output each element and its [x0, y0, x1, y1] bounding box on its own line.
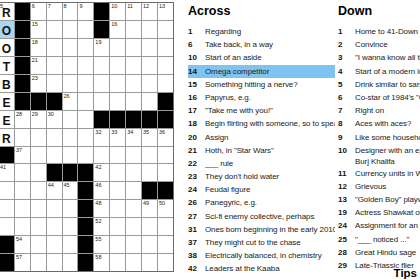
clue-number: 10	[338, 144, 355, 156]
grid-cell[interactable]: 23	[31, 75, 46, 92]
clue-number: 18	[188, 117, 205, 129]
clue-number: 21	[188, 144, 205, 156]
grid-cell[interactable]: 50	[158, 200, 173, 217]
grid-cell[interactable]: 55	[94, 236, 109, 253]
grid-cell[interactable]	[31, 182, 46, 199]
down-clue-3[interactable]: 3"I wanna know all the	[338, 51, 420, 64]
across-clues-panel: Across 1Regarding6Take back, in a way10S…	[188, 4, 335, 276]
across-clue-16[interactable]: 16Papyrus, e.g.	[188, 91, 335, 104]
grid-cell[interactable]	[63, 147, 78, 164]
black-cell	[78, 236, 93, 253]
cell-number: 37	[16, 147, 22, 153]
grid-cell[interactable]	[31, 129, 46, 146]
grid-cell[interactable]	[63, 21, 78, 38]
across-clue-37[interactable]: 37They might cut to the chase	[188, 236, 335, 249]
grid-cell[interactable]	[142, 75, 157, 92]
cell-number: 28	[16, 111, 22, 117]
black-cell	[15, 93, 30, 110]
cell-letter: E	[0, 115, 14, 128]
grid-cell[interactable]	[126, 254, 141, 271]
grid-cell[interactable]	[142, 21, 157, 38]
clue-number: 17	[188, 104, 205, 116]
grid-cell[interactable]: 46	[94, 182, 109, 199]
cell-number: 21	[32, 57, 38, 63]
grid-cell[interactable]: 15	[31, 21, 46, 38]
grid-cell[interactable]	[142, 93, 157, 110]
grid-cell[interactable]: 33	[110, 129, 125, 146]
grid-cell[interactable]	[110, 182, 125, 199]
cell-number: 26	[64, 93, 70, 99]
clue-text: Leaders at the Kaaba	[205, 262, 335, 274]
cell-number: 6	[32, 3, 35, 9]
black-cell	[158, 111, 173, 128]
clue-number: 38	[188, 249, 205, 261]
tips-button[interactable]: Tips	[394, 267, 417, 279]
down-clue-25[interactable]: 25"___ noticed ..."	[338, 233, 420, 246]
clue-number: 12	[338, 180, 355, 192]
cell-number: 18	[32, 39, 38, 45]
black-cell	[15, 3, 30, 20]
down-clue-4[interactable]: 4Start of a modern inquiry	[338, 65, 420, 78]
grid-cell[interactable]: 54	[15, 236, 30, 253]
grid-cell[interactable]: T	[0, 57, 14, 74]
grid-cell[interactable]	[158, 21, 173, 38]
clue-text: Co-star of 1984's "Ghostbusters"	[355, 91, 420, 103]
down-clue-8[interactable]: 8Aces with aces?	[338, 117, 420, 130]
grid-cell[interactable]	[110, 164, 125, 181]
cell-number: 15	[32, 21, 38, 27]
grid-cell[interactable]	[126, 39, 141, 56]
clue-text: ___ rule	[205, 157, 335, 169]
grid-cell[interactable]	[47, 75, 62, 92]
across-clue-10[interactable]: 10Start of an aside	[188, 51, 335, 64]
clue-number: 23	[188, 170, 205, 182]
clue-text: Designer with an eponymous hotel in theB…	[355, 144, 420, 167]
cell-number: 10	[111, 3, 117, 9]
clue-number: 16	[188, 91, 205, 103]
across-clue-27[interactable]: 27Sci-fi enemy collective, perhaps	[188, 210, 335, 223]
grid-cell[interactable]	[78, 93, 93, 110]
grid-cell[interactable]	[63, 218, 78, 235]
black-cell	[78, 200, 93, 217]
cell-number: 9	[79, 3, 82, 9]
cell-number: 23	[32, 75, 38, 81]
cell-letter: E	[0, 97, 14, 110]
grid-cell[interactable]: 9	[78, 3, 93, 20]
grid-cell[interactable]	[110, 254, 125, 271]
grid-cell[interactable]	[158, 164, 173, 181]
across-clue-15[interactable]: 15Something hitting a nerve?	[188, 78, 335, 91]
grid-cell[interactable]	[94, 93, 109, 110]
down-clue-2[interactable]: 2Convince	[338, 38, 420, 51]
grid-cell[interactable]	[142, 39, 157, 56]
grid-cell[interactable]: 26	[63, 93, 78, 110]
clue-number: 25	[338, 233, 355, 245]
cell-number: 35	[143, 129, 149, 135]
down-clue-7[interactable]: 7Right on	[338, 104, 420, 117]
grid-cell[interactable]	[78, 39, 93, 56]
cell-letter: T	[0, 61, 14, 74]
across-clue-6[interactable]: 6Take back, in a way	[188, 38, 335, 51]
grid-cell[interactable]	[158, 218, 173, 235]
black-cell	[15, 21, 30, 38]
grid-cell[interactable]: 35	[142, 129, 157, 146]
clue-number: 26	[188, 196, 205, 208]
grid-cell[interactable]	[63, 200, 78, 217]
clue-number: 42	[188, 262, 205, 274]
grid-cell[interactable]	[31, 236, 46, 253]
grid-cell[interactable]	[110, 218, 125, 235]
grid-cell[interactable]	[110, 236, 125, 253]
clue-number: 29	[338, 259, 355, 271]
clue-text: Regarding	[205, 25, 335, 37]
clue-number: 27	[188, 210, 205, 222]
clue-number: 5	[338, 78, 355, 90]
cell-number: 46	[95, 182, 101, 188]
black-cell	[142, 182, 157, 199]
grid-cell[interactable]	[126, 21, 141, 38]
grid-cell[interactable]: 28	[15, 111, 30, 128]
cell-number: 12	[143, 3, 149, 9]
clue-text: Sci-fi enemy collective, perhaps	[205, 210, 335, 222]
clue-text: "I wanna know all the	[355, 51, 420, 63]
grid-cell[interactable]	[158, 147, 173, 164]
across-clue-list: 1Regarding6Take back, in a way10Start of…	[188, 25, 335, 276]
clue-number: 8	[338, 117, 355, 129]
grid-cell[interactable]	[126, 182, 141, 199]
grid-cell[interactable]	[158, 254, 173, 271]
grid-cell[interactable]: B	[0, 75, 14, 92]
grid-cell[interactable]: 37	[15, 147, 30, 164]
grid-cell[interactable]	[126, 147, 141, 164]
across-clue-24[interactable]: 24Feudal figure	[188, 183, 335, 196]
grid-cell[interactable]	[78, 111, 93, 128]
cell-number: 11	[127, 3, 133, 9]
grid-cell[interactable]	[78, 129, 93, 146]
grid-cell[interactable]	[126, 57, 141, 74]
down-clue-5[interactable]: 5Drink similar to sarsaparilla	[338, 78, 420, 91]
grid-cell[interactable]	[63, 254, 78, 271]
grid-cell[interactable]: 34	[126, 129, 141, 146]
grid-cell[interactable]	[47, 200, 62, 217]
grid-cell[interactable]	[94, 57, 109, 74]
grid-cell[interactable]	[47, 218, 62, 235]
grid-cell[interactable]	[126, 164, 141, 181]
grid-cell[interactable]	[158, 75, 173, 92]
grid-cell[interactable]: E	[0, 93, 14, 110]
grid-cell[interactable]: 18	[31, 39, 46, 56]
black-cell	[94, 21, 109, 38]
cell-letter: O	[0, 25, 14, 38]
grid-cell[interactable]: 5R	[0, 3, 14, 20]
grid-cell[interactable]	[158, 39, 173, 56]
clue-number: 1	[338, 25, 355, 37]
grid-cell[interactable]	[31, 147, 46, 164]
clue-text: Omega competitor	[205, 65, 335, 77]
grid-cell[interactable]	[47, 21, 62, 38]
grid-cell[interactable]	[142, 218, 157, 235]
cell-number: 30	[48, 111, 54, 117]
clue-text: Right on	[355, 104, 420, 116]
cell-number: 29	[32, 111, 38, 117]
down-clue-10[interactable]: 10Designer with an eponymous hotel in th…	[338, 144, 420, 167]
down-clue-9[interactable]: 9Like some households	[338, 131, 420, 144]
clue-number: 10	[188, 51, 205, 63]
grid-cell[interactable]	[110, 39, 125, 56]
grid-cell[interactable]	[126, 75, 141, 92]
cell-number: 8	[64, 3, 67, 9]
grid-cell[interactable]	[126, 93, 141, 110]
clue-number: 14	[188, 65, 205, 77]
grid-cell[interactable]	[158, 57, 173, 74]
clue-text: Convince	[355, 38, 420, 50]
grid-cell[interactable]	[142, 236, 157, 253]
grid-cell[interactable]	[63, 39, 78, 56]
black-cell	[47, 164, 62, 181]
black-cell	[15, 39, 30, 56]
grid-cell[interactable]	[47, 236, 62, 253]
down-clue-28[interactable]: 28Great Hindu sage	[338, 246, 420, 259]
clue-text: Drink similar to sarsaparilla	[355, 78, 420, 90]
cell-number: 34	[127, 129, 133, 135]
clue-number: 6	[188, 38, 205, 50]
clue-text: Currency units in Western Africa	[355, 167, 420, 179]
grid-cell[interactable]: R	[0, 129, 14, 146]
black-cell	[158, 182, 173, 199]
clue-number: 13	[338, 193, 355, 205]
grid-cell[interactable]: 21	[31, 57, 46, 74]
across-clue-31[interactable]: 31Ones born beginning in the early 2010s	[188, 223, 335, 236]
grid-cell[interactable]	[142, 164, 157, 181]
grid-cell[interactable]: 32	[94, 129, 109, 146]
clue-text: Assignment for an anchor	[355, 219, 420, 231]
grid-cell[interactable]: 13	[158, 3, 173, 20]
clue-text: Grievous	[355, 180, 420, 192]
down-clue-6[interactable]: 6Co-star of 1984's "Ghostbusters"	[338, 91, 420, 104]
grid-cell[interactable]	[110, 147, 125, 164]
clue-text-line2: Burj Khalifa	[355, 156, 420, 167]
down-clue-13[interactable]: 13"Golden Boy" playwright	[338, 193, 420, 206]
cell-number: 48	[95, 200, 101, 206]
grid-cell[interactable]: 36	[158, 129, 173, 146]
grid-cell[interactable]	[15, 182, 30, 199]
grid-cell[interactable]: 49	[142, 200, 157, 217]
grid-cell[interactable]	[47, 129, 62, 146]
grid-cell[interactable]	[15, 129, 30, 146]
grid-cell[interactable]	[47, 57, 62, 74]
across-clue-23[interactable]: 23They don't hold water	[188, 170, 335, 183]
cell-letter: B	[0, 79, 14, 92]
clue-number: 19	[338, 206, 355, 218]
grid-cell[interactable]	[142, 147, 157, 164]
clue-number: 1	[188, 25, 205, 37]
grid-cell[interactable]	[110, 200, 125, 217]
cell-number: 54	[16, 236, 22, 242]
grid-cell[interactable]: 30	[47, 111, 62, 128]
clue-text: "Golden Boy" playwright	[355, 193, 420, 205]
black-cell	[31, 93, 46, 110]
across-clue-26[interactable]: 26Panegyric, e.g.	[188, 196, 335, 209]
black-cell	[78, 254, 93, 271]
grid-cell[interactable]	[110, 57, 125, 74]
grid-cell[interactable]: 45	[63, 182, 78, 199]
clue-text: Hoth, in "Star Wars"	[205, 144, 335, 156]
grid-cell[interactable]	[110, 93, 125, 110]
clue-number: 24	[188, 183, 205, 195]
grid-cell[interactable]: 42	[94, 164, 109, 181]
grid-cell[interactable]: 29	[31, 111, 46, 128]
grid-cell[interactable]	[15, 218, 30, 235]
grid-cell[interactable]	[126, 218, 141, 235]
grid-cell[interactable]	[94, 147, 109, 164]
down-clue-11[interactable]: 11Currency units in Western Africa	[338, 167, 420, 180]
grid-cell[interactable]: 48	[94, 200, 109, 217]
down-clue-19[interactable]: 19Actress Shawkat of "Arrested Developme…	[338, 206, 420, 219]
selected-cell[interactable]: O	[0, 21, 14, 38]
clue-text: Like some households	[355, 131, 420, 143]
black-cell	[78, 182, 93, 199]
clue-number: 3	[338, 51, 355, 63]
grid-cell[interactable]: 11	[126, 3, 141, 20]
grid-cell[interactable]: 6	[31, 3, 46, 20]
grid-cell[interactable]: 7	[47, 3, 62, 20]
across-clue-20[interactable]: 20Assign	[188, 131, 335, 144]
clue-text: Ones born beginning in the early 2010s	[205, 223, 335, 235]
grid-cell[interactable]	[31, 254, 46, 271]
grid-cell[interactable]: 10	[110, 3, 125, 20]
cell-number: 7	[48, 3, 51, 9]
clue-text: They might cut to the chase	[205, 236, 335, 248]
grid-cell[interactable]	[31, 200, 46, 217]
clue-text: Electrically balanced, in chemistry	[205, 249, 335, 261]
clue-number: 24	[338, 219, 355, 231]
grid-cell[interactable]	[0, 200, 14, 217]
clue-text: They don't hold water	[205, 170, 335, 182]
clue-number: 22	[188, 157, 205, 169]
grid-cell[interactable]	[126, 236, 141, 253]
black-cell	[158, 93, 173, 110]
grid-cell[interactable]	[94, 75, 109, 92]
grid-cell[interactable]	[63, 236, 78, 253]
clue-number: 28	[338, 246, 355, 258]
cell-letter: R	[0, 133, 14, 146]
down-clue-12[interactable]: 12Grievous	[338, 180, 420, 193]
black-cell	[0, 254, 14, 271]
grid-cell[interactable]	[78, 57, 93, 74]
grid-cell[interactable]: O	[0, 39, 14, 56]
clue-number: 31	[188, 223, 205, 235]
across-clue-21[interactable]: 21Hoth, in "Star Wars"	[188, 144, 335, 157]
clue-text: Start of an aside	[205, 51, 335, 63]
across-clue-17[interactable]: 17"Take me with you!"	[188, 104, 335, 117]
crossword-grid[interactable]: 5R678910111213O1516O1819T21B23E26E282930…	[0, 2, 174, 272]
down-clue-1[interactable]: 1Home to 41-Down	[338, 25, 420, 38]
grid-cell[interactable]	[47, 39, 62, 56]
across-clue-38[interactable]: 38Electrically balanced, in chemistry	[188, 249, 335, 262]
cell-number: 50	[159, 200, 165, 206]
grid-cell[interactable]	[47, 254, 62, 271]
grid-cell[interactable]: 41	[0, 164, 14, 181]
grid-cell[interactable]: 8	[63, 3, 78, 20]
clue-text: Assign	[205, 131, 335, 143]
black-cell	[15, 75, 30, 92]
black-cell	[47, 93, 62, 110]
across-clue-14[interactable]: 14Omega competitor	[188, 65, 335, 78]
clue-text: Papyrus, e.g.	[205, 91, 335, 103]
black-cell	[63, 164, 78, 181]
cell-number: 33	[111, 129, 117, 135]
clue-text: Start of a modern inquiry	[355, 65, 420, 77]
across-clue-42[interactable]: 42Leaders at the Kaaba	[188, 262, 335, 275]
grid-cell[interactable]	[47, 147, 62, 164]
black-cell	[78, 164, 93, 181]
grid-cell[interactable]	[15, 164, 30, 181]
down-clue-list: 1Home to 41-Down2Convince3"I wanna know …	[338, 25, 420, 272]
grid-cell[interactable]: E	[0, 111, 14, 128]
cell-number: 52	[95, 218, 101, 224]
grid-cell[interactable]	[78, 21, 93, 38]
down-clue-24[interactable]: 24Assignment for an anchor	[338, 219, 420, 232]
black-cell	[0, 236, 14, 253]
grid-cell[interactable]	[0, 182, 14, 199]
grid-cell[interactable]	[63, 57, 78, 74]
grid-cell[interactable]	[0, 218, 14, 235]
black-cell	[142, 111, 157, 128]
clue-text: Feudal figure	[205, 183, 335, 195]
grid-cell[interactable]: 44	[47, 182, 62, 199]
grid-cell[interactable]: 58	[94, 254, 109, 271]
grid-cell[interactable]	[142, 57, 157, 74]
grid-cell[interactable]	[15, 200, 30, 217]
clue-number: 37	[188, 236, 205, 248]
clue-text: Something hitting a nerve?	[205, 78, 335, 90]
grid-cell[interactable]	[142, 254, 157, 271]
grid-cell[interactable]: 16	[110, 21, 125, 38]
grid-cell[interactable]	[158, 236, 173, 253]
clue-number: 9	[338, 131, 355, 143]
across-clue-22[interactable]: 22___ rule	[188, 157, 335, 170]
down-clues-panel: Down 1Home to 41-Down2Convince3"I wanna …	[338, 4, 420, 272]
clue-number: 20	[188, 131, 205, 143]
cell-number: 45	[64, 182, 70, 188]
grid-cell[interactable]	[110, 75, 125, 92]
grid-cell[interactable]: 52	[94, 218, 109, 235]
clue-text: Aces with aces?	[355, 117, 420, 129]
cell-number: 55	[95, 236, 101, 242]
black-cell	[94, 111, 109, 128]
grid-cell[interactable]	[126, 200, 141, 217]
across-clue-1[interactable]: 1Regarding	[188, 25, 335, 38]
cell-number: 44	[48, 182, 54, 188]
grid-cell[interactable]: 19	[94, 39, 109, 56]
grid-cell[interactable]: 12	[142, 3, 157, 20]
grid-cell[interactable]	[63, 75, 78, 92]
black-cell	[126, 111, 141, 128]
grid-cell[interactable]: 57	[15, 254, 30, 271]
black-cell	[94, 3, 109, 20]
cell-number: 41	[0, 164, 6, 170]
grid-cell[interactable]	[31, 164, 46, 181]
grid-cell[interactable]	[31, 218, 46, 235]
cell-letter: R	[0, 7, 14, 20]
clue-number: 7	[338, 104, 355, 116]
cell-number: 36	[159, 129, 165, 135]
grid-cell[interactable]	[63, 129, 78, 146]
grid-cell[interactable]	[78, 75, 93, 92]
grid-cell[interactable]	[78, 147, 93, 164]
grid-cell[interactable]	[63, 111, 78, 128]
across-clue-18[interactable]: 18Begin flirting with someone, so to spe…	[188, 117, 335, 130]
